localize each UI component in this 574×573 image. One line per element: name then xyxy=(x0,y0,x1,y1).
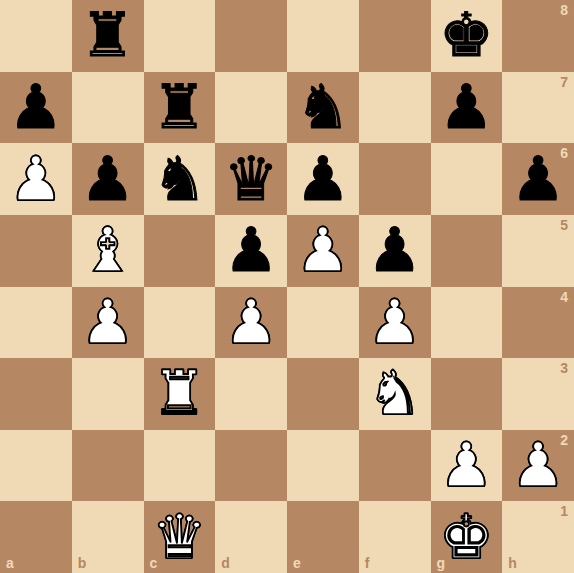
piece-white-pawn[interactable]: ♟ xyxy=(439,429,494,500)
square-a7[interactable]: ♟ xyxy=(0,72,72,144)
piece-white-pawn[interactable]: ♟ xyxy=(296,214,351,285)
piece-black-knight[interactable]: ♞ xyxy=(296,71,351,142)
square-d8[interactable] xyxy=(215,0,287,72)
file-label-a: a xyxy=(6,556,14,570)
square-e8[interactable] xyxy=(287,0,359,72)
square-a8[interactable] xyxy=(0,0,72,72)
square-g3[interactable] xyxy=(431,358,503,430)
square-g7[interactable]: ♟ xyxy=(431,72,503,144)
square-g5[interactable] xyxy=(431,215,503,287)
piece-black-pawn[interactable]: ♟ xyxy=(80,143,135,214)
piece-white-knight[interactable]: ♞ xyxy=(367,357,422,428)
square-c2[interactable] xyxy=(144,430,216,502)
square-f3[interactable]: ♞ xyxy=(359,358,431,430)
square-h8[interactable]: 8 xyxy=(502,0,574,72)
rank-label-7: 7 xyxy=(560,75,568,89)
square-f7[interactable] xyxy=(359,72,431,144)
file-label-g: g xyxy=(437,556,446,570)
square-g4[interactable] xyxy=(431,287,503,359)
file-label-e: e xyxy=(293,556,301,570)
rank-label-3: 3 xyxy=(560,361,568,375)
square-a5[interactable] xyxy=(0,215,72,287)
piece-white-pawn[interactable]: ♟ xyxy=(511,429,566,500)
square-e6[interactable]: ♟ xyxy=(287,143,359,215)
square-h3[interactable]: 3 xyxy=(502,358,574,430)
square-b5[interactable]: ♝ xyxy=(72,215,144,287)
piece-white-pawn[interactable]: ♟ xyxy=(224,286,279,357)
square-c6[interactable]: ♞ xyxy=(144,143,216,215)
square-b2[interactable] xyxy=(72,430,144,502)
piece-white-rook[interactable]: ♜ xyxy=(152,357,207,428)
piece-black-queen[interactable]: ♛ xyxy=(224,143,279,214)
square-h6[interactable]: ♟6 xyxy=(502,143,574,215)
square-b7[interactable] xyxy=(72,72,144,144)
square-h7[interactable]: 7 xyxy=(502,72,574,144)
square-h5[interactable]: 5 xyxy=(502,215,574,287)
square-h1[interactable]: h1 xyxy=(502,501,574,573)
square-e3[interactable] xyxy=(287,358,359,430)
file-label-h: h xyxy=(508,556,517,570)
square-e2[interactable] xyxy=(287,430,359,502)
square-b3[interactable] xyxy=(72,358,144,430)
square-f2[interactable] xyxy=(359,430,431,502)
square-d3[interactable] xyxy=(215,358,287,430)
chess-board: ♜♚8♟♜♞♟7♟♟♞♛♟♟6♝♟♟♟5♟♟♟4♜♞3♟♟2ab♛cdef♚gh… xyxy=(0,0,574,573)
piece-black-pawn[interactable]: ♟ xyxy=(439,71,494,142)
square-f6[interactable] xyxy=(359,143,431,215)
square-a3[interactable] xyxy=(0,358,72,430)
rank-label-2: 2 xyxy=(560,433,568,447)
square-b4[interactable]: ♟ xyxy=(72,287,144,359)
square-c8[interactable] xyxy=(144,0,216,72)
file-label-f: f xyxy=(365,556,370,570)
square-a2[interactable] xyxy=(0,430,72,502)
file-label-d: d xyxy=(221,556,230,570)
square-e1[interactable]: e xyxy=(287,501,359,573)
piece-black-king[interactable]: ♚ xyxy=(439,0,494,70)
square-a6[interactable]: ♟ xyxy=(0,143,72,215)
piece-white-pawn[interactable]: ♟ xyxy=(9,143,64,214)
square-e5[interactable]: ♟ xyxy=(287,215,359,287)
square-f4[interactable]: ♟ xyxy=(359,287,431,359)
piece-white-king[interactable]: ♚ xyxy=(439,501,494,572)
square-d5[interactable]: ♟ xyxy=(215,215,287,287)
square-e7[interactable]: ♞ xyxy=(287,72,359,144)
file-label-c: c xyxy=(150,556,158,570)
square-f5[interactable]: ♟ xyxy=(359,215,431,287)
square-h2[interactable]: ♟2 xyxy=(502,430,574,502)
square-b6[interactable]: ♟ xyxy=(72,143,144,215)
square-e4[interactable] xyxy=(287,287,359,359)
piece-black-rook[interactable]: ♜ xyxy=(80,0,135,70)
square-g6[interactable] xyxy=(431,143,503,215)
piece-black-pawn[interactable]: ♟ xyxy=(224,214,279,285)
square-a1[interactable]: a xyxy=(0,501,72,573)
square-b1[interactable]: b xyxy=(72,501,144,573)
square-d1[interactable]: d xyxy=(215,501,287,573)
rank-label-4: 4 xyxy=(560,290,568,304)
square-c5[interactable] xyxy=(144,215,216,287)
square-g8[interactable]: ♚ xyxy=(431,0,503,72)
square-h4[interactable]: 4 xyxy=(502,287,574,359)
square-d2[interactable] xyxy=(215,430,287,502)
square-c7[interactable]: ♜ xyxy=(144,72,216,144)
piece-black-pawn[interactable]: ♟ xyxy=(9,71,64,142)
square-a4[interactable] xyxy=(0,287,72,359)
piece-black-rook[interactable]: ♜ xyxy=(152,71,207,142)
square-c4[interactable] xyxy=(144,287,216,359)
piece-white-pawn[interactable]: ♟ xyxy=(367,286,422,357)
square-f8[interactable] xyxy=(359,0,431,72)
piece-black-pawn[interactable]: ♟ xyxy=(367,214,422,285)
piece-white-bishop[interactable]: ♝ xyxy=(80,214,135,285)
square-c1[interactable]: ♛c xyxy=(144,501,216,573)
square-g1[interactable]: ♚g xyxy=(431,501,503,573)
rank-label-1: 1 xyxy=(560,504,568,518)
piece-white-pawn[interactable]: ♟ xyxy=(80,286,135,357)
piece-black-pawn[interactable]: ♟ xyxy=(296,143,351,214)
square-f1[interactable]: f xyxy=(359,501,431,573)
square-d4[interactable]: ♟ xyxy=(215,287,287,359)
piece-white-queen[interactable]: ♛ xyxy=(152,501,207,572)
rank-label-8: 8 xyxy=(560,3,568,17)
file-label-b: b xyxy=(78,556,87,570)
piece-black-knight[interactable]: ♞ xyxy=(152,143,207,214)
rank-label-6: 6 xyxy=(560,146,568,160)
square-c3[interactable]: ♜ xyxy=(144,358,216,430)
rank-label-5: 5 xyxy=(560,218,568,232)
square-d6[interactable]: ♛ xyxy=(215,143,287,215)
square-b8[interactable]: ♜ xyxy=(72,0,144,72)
piece-black-pawn[interactable]: ♟ xyxy=(511,143,566,214)
square-d7[interactable] xyxy=(215,72,287,144)
square-g2[interactable]: ♟ xyxy=(431,430,503,502)
